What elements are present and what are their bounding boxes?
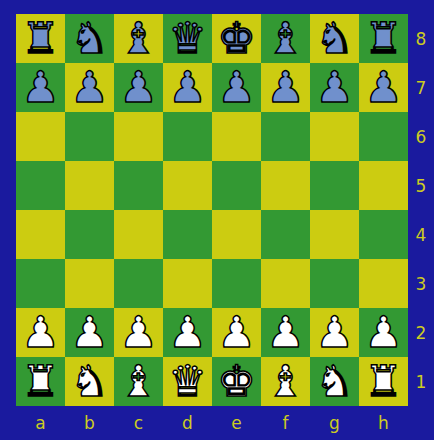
square-h6[interactable] — [359, 112, 408, 161]
file-labels: abcdefgh — [16, 406, 408, 440]
square-g1[interactable]: ♞ — [310, 357, 359, 406]
piece-black-bishop[interactable]: ♝ — [261, 14, 310, 63]
square-e8[interactable]: ♚ — [212, 14, 261, 63]
piece-white-bishop[interactable]: ♝ — [261, 357, 310, 406]
piece-black-rook[interactable]: ♜ — [359, 14, 408, 63]
square-a3[interactable] — [16, 259, 65, 308]
rank-label-2: 2 — [408, 308, 434, 357]
square-e7[interactable]: ♟ — [212, 63, 261, 112]
square-b6[interactable] — [65, 112, 114, 161]
square-g6[interactable] — [310, 112, 359, 161]
rank-label-6: 6 — [408, 112, 434, 161]
square-b3[interactable] — [65, 259, 114, 308]
square-f2[interactable]: ♟ — [261, 308, 310, 357]
square-d4[interactable] — [163, 210, 212, 259]
square-h8[interactable]: ♜ — [359, 14, 408, 63]
piece-white-pawn[interactable]: ♟ — [16, 308, 65, 357]
rank-label-3: 3 — [408, 259, 434, 308]
file-label-e: e — [212, 406, 261, 440]
square-b5[interactable] — [65, 161, 114, 210]
piece-black-bishop[interactable]: ♝ — [114, 14, 163, 63]
piece-black-pawn[interactable]: ♟ — [163, 63, 212, 112]
square-b4[interactable] — [65, 210, 114, 259]
square-c8[interactable]: ♝ — [114, 14, 163, 63]
file-label-d: d — [163, 406, 212, 440]
square-d2[interactable]: ♟ — [163, 308, 212, 357]
piece-white-pawn[interactable]: ♟ — [359, 308, 408, 357]
piece-white-pawn[interactable]: ♟ — [261, 308, 310, 357]
piece-white-king[interactable]: ♚ — [212, 357, 261, 406]
square-h7[interactable]: ♟ — [359, 63, 408, 112]
piece-white-pawn[interactable]: ♟ — [212, 308, 261, 357]
file-label-b: b — [65, 406, 114, 440]
square-a1[interactable]: ♜ — [16, 357, 65, 406]
square-b8[interactable]: ♞ — [65, 14, 114, 63]
square-f4[interactable] — [261, 210, 310, 259]
square-c5[interactable] — [114, 161, 163, 210]
square-c7[interactable]: ♟ — [114, 63, 163, 112]
file-label-c: c — [114, 406, 163, 440]
square-c6[interactable] — [114, 112, 163, 161]
file-label-h: h — [359, 406, 408, 440]
square-f3[interactable] — [261, 259, 310, 308]
square-a6[interactable] — [16, 112, 65, 161]
piece-white-knight[interactable]: ♞ — [65, 357, 114, 406]
piece-black-pawn[interactable]: ♟ — [65, 63, 114, 112]
piece-black-rook[interactable]: ♜ — [16, 14, 65, 63]
square-d5[interactable] — [163, 161, 212, 210]
square-a7[interactable]: ♟ — [16, 63, 65, 112]
square-d7[interactable]: ♟ — [163, 63, 212, 112]
square-h3[interactable] — [359, 259, 408, 308]
piece-white-pawn[interactable]: ♟ — [310, 308, 359, 357]
piece-white-knight[interactable]: ♞ — [310, 357, 359, 406]
square-a5[interactable] — [16, 161, 65, 210]
square-h2[interactable]: ♟ — [359, 308, 408, 357]
file-label-a: a — [16, 406, 65, 440]
piece-white-rook[interactable]: ♜ — [359, 357, 408, 406]
square-f6[interactable] — [261, 112, 310, 161]
square-d6[interactable] — [163, 112, 212, 161]
rank-labels: 87654321 — [408, 14, 434, 406]
piece-black-king[interactable]: ♚ — [212, 14, 261, 63]
square-c2[interactable]: ♟ — [114, 308, 163, 357]
square-f5[interactable] — [261, 161, 310, 210]
square-c3[interactable] — [114, 259, 163, 308]
rank-label-1: 1 — [408, 357, 434, 406]
piece-black-pawn[interactable]: ♟ — [310, 63, 359, 112]
piece-black-pawn[interactable]: ♟ — [16, 63, 65, 112]
square-g4[interactable] — [310, 210, 359, 259]
square-g8[interactable]: ♞ — [310, 14, 359, 63]
rank-label-5: 5 — [408, 161, 434, 210]
square-h1[interactable]: ♜ — [359, 357, 408, 406]
square-f1[interactable]: ♝ — [261, 357, 310, 406]
square-e1[interactable]: ♚ — [212, 357, 261, 406]
piece-white-queen[interactable]: ♛ — [163, 357, 212, 406]
square-b7[interactable]: ♟ — [65, 63, 114, 112]
rank-label-4: 4 — [408, 210, 434, 259]
square-e2[interactable]: ♟ — [212, 308, 261, 357]
square-h4[interactable] — [359, 210, 408, 259]
chess-board: ♜♞♝♛♚♝♞♜♟♟♟♟♟♟♟♟♟♟♟♟♟♟♟♟♜♞♝♛♚♝♞♜ — [16, 14, 408, 406]
piece-black-pawn[interactable]: ♟ — [359, 63, 408, 112]
piece-black-queen[interactable]: ♛ — [163, 14, 212, 63]
piece-white-pawn[interactable]: ♟ — [163, 308, 212, 357]
square-a4[interactable] — [16, 210, 65, 259]
piece-black-knight[interactable]: ♞ — [65, 14, 114, 63]
file-label-f: f — [261, 406, 310, 440]
square-c4[interactable] — [114, 210, 163, 259]
square-e5[interactable] — [212, 161, 261, 210]
square-g5[interactable] — [310, 161, 359, 210]
rank-label-8: 8 — [408, 14, 434, 63]
square-b1[interactable]: ♞ — [65, 357, 114, 406]
file-label-g: g — [310, 406, 359, 440]
square-d8[interactable]: ♛ — [163, 14, 212, 63]
square-a2[interactable]: ♟ — [16, 308, 65, 357]
square-b2[interactable]: ♟ — [65, 308, 114, 357]
square-e6[interactable] — [212, 112, 261, 161]
square-e3[interactable] — [212, 259, 261, 308]
chess-board-frame: ♜♞♝♛♚♝♞♜♟♟♟♟♟♟♟♟♟♟♟♟♟♟♟♟♜♞♝♛♚♝♞♜ 8765432… — [0, 0, 434, 440]
piece-black-knight[interactable]: ♞ — [310, 14, 359, 63]
piece-white-pawn[interactable]: ♟ — [65, 308, 114, 357]
square-e4[interactable] — [212, 210, 261, 259]
square-g2[interactable]: ♟ — [310, 308, 359, 357]
piece-white-bishop[interactable]: ♝ — [114, 357, 163, 406]
square-f8[interactable]: ♝ — [261, 14, 310, 63]
piece-white-pawn[interactable]: ♟ — [114, 308, 163, 357]
piece-black-pawn[interactable]: ♟ — [261, 63, 310, 112]
square-a8[interactable]: ♜ — [16, 14, 65, 63]
square-g7[interactable]: ♟ — [310, 63, 359, 112]
square-d3[interactable] — [163, 259, 212, 308]
piece-black-pawn[interactable]: ♟ — [212, 63, 261, 112]
piece-white-rook[interactable]: ♜ — [16, 357, 65, 406]
piece-black-pawn[interactable]: ♟ — [114, 63, 163, 112]
square-h5[interactable] — [359, 161, 408, 210]
rank-label-7: 7 — [408, 63, 434, 112]
square-f7[interactable]: ♟ — [261, 63, 310, 112]
square-g3[interactable] — [310, 259, 359, 308]
square-c1[interactable]: ♝ — [114, 357, 163, 406]
square-d1[interactable]: ♛ — [163, 357, 212, 406]
